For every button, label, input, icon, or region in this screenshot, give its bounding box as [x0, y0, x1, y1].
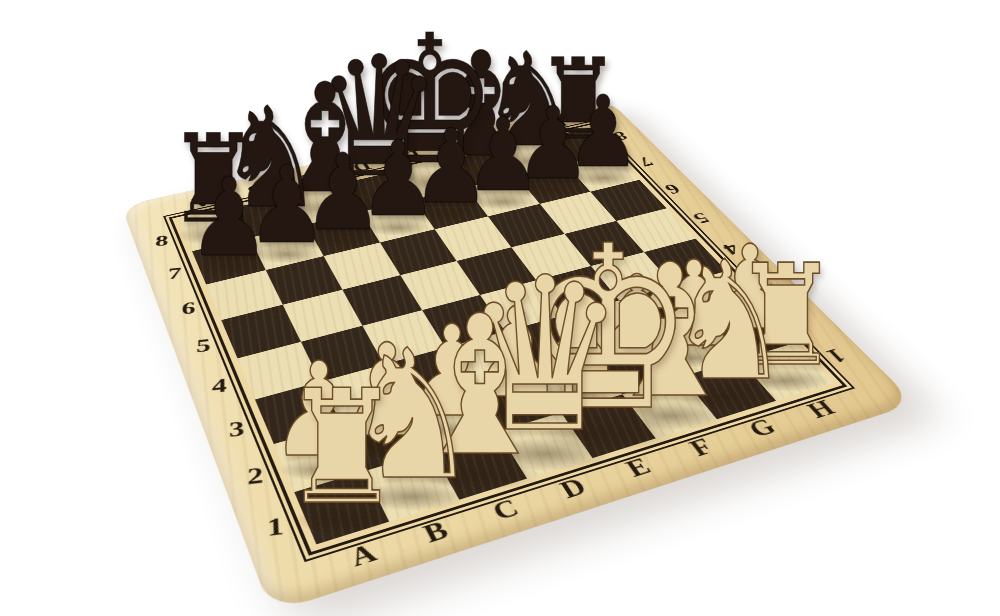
rank-label-6: 6 [168, 287, 208, 329]
rank-label-3: 3 [215, 403, 259, 456]
rank-label-7: 7 [155, 254, 194, 294]
chess-board: ABCDEFGH ABCDEFGH 87654321 87654321 [121, 99, 915, 613]
rank-label-2: 2 [232, 448, 279, 505]
rank-label-1: 1 [251, 496, 301, 558]
rank-label-8: 8 [142, 223, 181, 260]
rank-label-4: 4 [198, 362, 241, 411]
chessboard-photo-scene: ABCDEFGH ABCDEFGH 87654321 87654321 ♜♞♝♛… [0, 0, 1000, 616]
rank-label-5: 5 [183, 323, 224, 369]
